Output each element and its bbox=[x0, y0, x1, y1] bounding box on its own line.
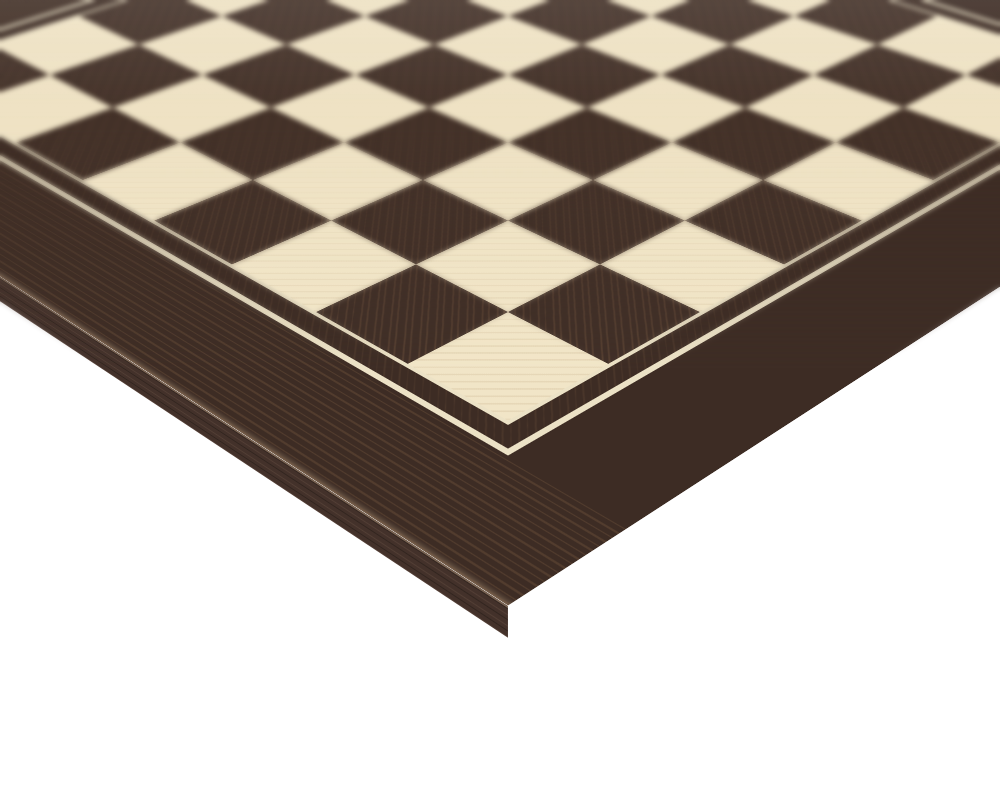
square-h6 bbox=[836, 108, 1000, 180]
square-e3 bbox=[344, 108, 508, 180]
square-d1 bbox=[83, 142, 253, 220]
square-c2 bbox=[113, 75, 271, 142]
square-c1 bbox=[16, 108, 180, 180]
board-top-surface bbox=[0, 0, 1000, 606]
square-g3 bbox=[508, 180, 685, 264]
square-h1 bbox=[408, 312, 608, 421]
square-h2 bbox=[508, 264, 700, 363]
square-f1 bbox=[232, 221, 416, 312]
product-photo-stage bbox=[0, 0, 1000, 800]
square-g4 bbox=[593, 142, 763, 220]
square-g1 bbox=[316, 264, 508, 363]
square-f2 bbox=[331, 180, 508, 264]
border-band-south bbox=[0, 42, 630, 605]
square-d3 bbox=[271, 75, 429, 142]
chess-board bbox=[0, 0, 1000, 606]
squares-grid bbox=[0, 0, 1000, 421]
square-h3 bbox=[600, 221, 784, 312]
square-g2 bbox=[416, 221, 600, 312]
square-h4 bbox=[685, 180, 862, 264]
square-h7 bbox=[903, 75, 1000, 142]
square-b1 bbox=[0, 75, 113, 142]
square-g5 bbox=[672, 108, 836, 180]
square-f4 bbox=[508, 108, 672, 180]
square-e1 bbox=[154, 180, 331, 264]
square-d2 bbox=[180, 108, 344, 180]
board-3d-scene bbox=[0, 0, 1000, 800]
square-e2 bbox=[253, 142, 423, 220]
square-f5 bbox=[587, 75, 745, 142]
square-e4 bbox=[429, 75, 587, 142]
square-h5 bbox=[763, 142, 933, 220]
square-g6 bbox=[745, 75, 903, 142]
square-f3 bbox=[423, 142, 593, 220]
